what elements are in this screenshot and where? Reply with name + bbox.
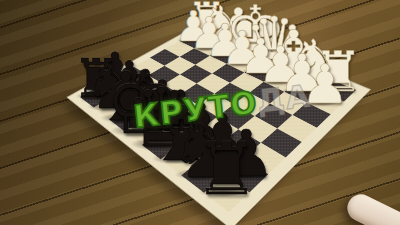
- piece-black-pawn-a7: ♟: [217, 122, 275, 187]
- piece-shadow: [199, 187, 243, 198]
- piece-shadow: [88, 102, 125, 111]
- piece-shadow: [131, 138, 181, 150]
- watermark-text-secondary: ДА: [255, 77, 312, 119]
- piece-white-pawn-h2: ♟: [175, 6, 213, 48]
- piece-shadow: [224, 60, 253, 67]
- piece-white-queen-d1: ♛: [245, 9, 303, 74]
- piece-shadow: [76, 92, 109, 100]
- piece-shadow: [177, 37, 203, 43]
- piece-white-bishop-f1: ♝: [214, 2, 263, 56]
- piece-shadow: [190, 29, 217, 36]
- piece-white-rook-h1: ♜: [187, 0, 226, 41]
- piece-black-rook-a8: ♜: [195, 134, 259, 206]
- piece-white-king-e1: ♚: [225, 0, 287, 67]
- piece-shadow: [242, 68, 272, 75]
- piece-shadow: [222, 169, 262, 179]
- piece-shadow: [317, 86, 352, 94]
- piece-shadow: [199, 153, 237, 162]
- piece-black-rook-h8: ♜: [73, 53, 121, 106]
- piece-white-pawn-e2: ♟: [221, 25, 263, 72]
- piece-shadow: [218, 42, 252, 50]
- scene: ♜♞♝♛♚♝♞♜♟♟♟♟♟♟♟♟♟♟♟♟♟♟♟♟♜♞♝♛♚♝♞♜ КРУТОДА: [0, 0, 400, 225]
- piece-white-pawn-f2: ♟: [205, 18, 245, 63]
- piece-shadow: [192, 44, 219, 51]
- piece-shadow: [97, 82, 127, 89]
- piece-black-pawn-h7: ♟: [93, 46, 136, 94]
- piece-shadow: [249, 57, 289, 67]
- piece-shadow: [208, 52, 236, 59]
- piece-black-knight-g8: ♞: [84, 58, 138, 118]
- piece-white-rook-a1: ♜: [313, 45, 363, 101]
- piece-white-pawn-g2: ♟: [189, 12, 228, 56]
- piece-shadow: [271, 66, 308, 75]
- piece-white-bishop-c1: ♝: [267, 22, 321, 82]
- piece-shadow: [175, 169, 221, 180]
- piece-shadow: [203, 35, 233, 42]
- piece-white-pawn-d2: ♟: [239, 32, 282, 80]
- piece-shadow: [229, 49, 272, 59]
- piece-shadow: [152, 153, 199, 164]
- piece-white-knight-g1: ♞: [200, 0, 244, 48]
- piece-shadow: [178, 139, 215, 148]
